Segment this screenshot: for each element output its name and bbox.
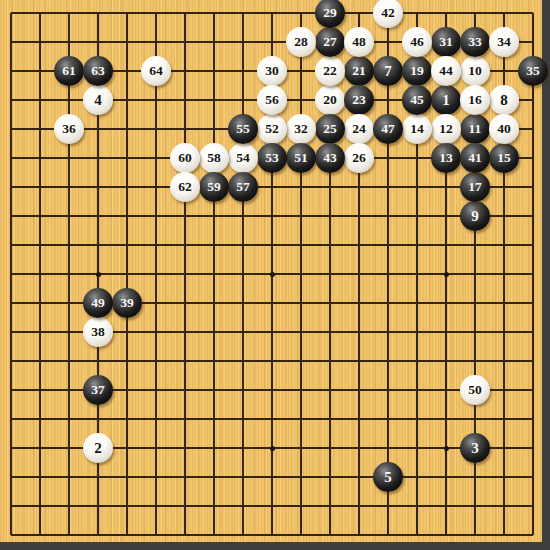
move-number: 36 <box>62 122 76 136</box>
move-number: 16 <box>468 93 482 107</box>
stone-black-move-43: 43 <box>315 143 345 173</box>
grid-line-vertical <box>532 13 534 535</box>
move-number: 23 <box>352 93 366 107</box>
stone-white-move-60: 60 <box>170 143 200 173</box>
move-number: 13 <box>439 151 453 165</box>
stone-black-move-9: 9 <box>460 201 490 231</box>
move-number: 7 <box>384 63 392 78</box>
move-number: 40 <box>497 122 511 136</box>
move-number: 5 <box>384 469 392 484</box>
move-number: 60 <box>178 151 192 165</box>
stone-black-move-53: 53 <box>257 143 287 173</box>
move-number: 38 <box>91 325 105 339</box>
stone-black-move-19: 19 <box>402 56 432 86</box>
stone-white-move-34: 34 <box>489 27 519 57</box>
stone-white-move-40: 40 <box>489 114 519 144</box>
stone-black-move-45: 45 <box>402 85 432 115</box>
hoshi-star-point <box>270 446 275 451</box>
stone-black-move-29: 29 <box>315 0 345 28</box>
move-number: 45 <box>410 93 424 107</box>
grid-line-horizontal <box>11 505 533 507</box>
grid-line-vertical <box>387 13 389 535</box>
hoshi-star-point <box>444 446 449 451</box>
move-number: 51 <box>294 151 308 165</box>
stone-black-move-37: 37 <box>83 375 113 405</box>
move-number: 1 <box>442 92 450 107</box>
stone-white-move-32: 32 <box>286 114 316 144</box>
grid-line-horizontal <box>11 476 533 478</box>
stone-black-move-61: 61 <box>54 56 84 86</box>
move-number: 28 <box>294 35 308 49</box>
move-number: 27 <box>323 35 337 49</box>
stone-white-move-22: 22 <box>315 56 345 86</box>
stone-black-move-63: 63 <box>83 56 113 86</box>
stone-black-move-23: 23 <box>344 85 374 115</box>
move-number: 54 <box>236 151 250 165</box>
move-number: 49 <box>91 296 105 310</box>
move-number: 32 <box>294 122 308 136</box>
stone-white-move-26: 26 <box>344 143 374 173</box>
stone-white-move-54: 54 <box>228 143 258 173</box>
go-board[interactable]: 1234578910111213141516171920212223242526… <box>0 0 550 550</box>
stone-black-move-25: 25 <box>315 114 345 144</box>
stone-black-move-11: 11 <box>460 114 490 144</box>
move-number: 30 <box>265 64 279 78</box>
move-number: 47 <box>381 122 395 136</box>
move-number: 53 <box>265 151 279 165</box>
move-number: 61 <box>62 64 76 78</box>
hoshi-star-point <box>96 272 101 277</box>
grid-line-horizontal <box>11 418 533 420</box>
stone-black-move-31: 31 <box>431 27 461 57</box>
grid-line-vertical <box>300 13 302 535</box>
grid-line-horizontal <box>11 360 533 362</box>
move-number: 57 <box>236 180 250 194</box>
stone-black-move-55: 55 <box>228 114 258 144</box>
stone-black-move-15: 15 <box>489 143 519 173</box>
move-number: 3 <box>471 440 479 455</box>
stone-white-move-20: 20 <box>315 85 345 115</box>
move-number: 10 <box>468 64 482 78</box>
move-number: 55 <box>236 122 250 136</box>
move-number: 15 <box>497 151 511 165</box>
board-shadow-right <box>542 0 550 550</box>
move-number: 52 <box>265 122 279 136</box>
stone-white-move-64: 64 <box>141 56 171 86</box>
stone-white-move-10: 10 <box>460 56 490 86</box>
stone-white-move-38: 38 <box>83 317 113 347</box>
stone-white-move-24: 24 <box>344 114 374 144</box>
hoshi-star-point <box>444 272 449 277</box>
move-number: 9 <box>471 208 479 223</box>
move-number: 46 <box>410 35 424 49</box>
stone-white-move-4: 4 <box>83 85 113 115</box>
move-number: 64 <box>149 64 163 78</box>
move-number: 35 <box>526 64 540 78</box>
stone-black-move-17: 17 <box>460 172 490 202</box>
move-number: 31 <box>439 35 453 49</box>
stone-black-move-57: 57 <box>228 172 258 202</box>
stone-white-move-14: 14 <box>402 114 432 144</box>
hoshi-star-point <box>270 272 275 277</box>
stone-black-move-3: 3 <box>460 433 490 463</box>
stone-black-move-41: 41 <box>460 143 490 173</box>
move-number: 37 <box>91 383 105 397</box>
stone-black-move-51: 51 <box>286 143 316 173</box>
stone-white-move-12: 12 <box>431 114 461 144</box>
stone-white-move-50: 50 <box>460 375 490 405</box>
stone-black-move-21: 21 <box>344 56 374 86</box>
stone-black-move-59: 59 <box>199 172 229 202</box>
move-number: 42 <box>381 6 395 20</box>
move-number: 63 <box>91 64 105 78</box>
stone-black-move-49: 49 <box>83 288 113 318</box>
stone-black-move-39: 39 <box>112 288 142 318</box>
move-number: 20 <box>323 93 337 107</box>
move-number: 14 <box>410 122 424 136</box>
move-number: 41 <box>468 151 482 165</box>
move-number: 12 <box>439 122 453 136</box>
stone-white-move-30: 30 <box>257 56 287 86</box>
move-number: 50 <box>468 383 482 397</box>
move-number: 21 <box>352 64 366 78</box>
move-number: 34 <box>497 35 511 49</box>
move-number: 17 <box>468 180 482 194</box>
move-number: 8 <box>500 92 508 107</box>
move-number: 59 <box>207 180 221 194</box>
board-shadow-bottom <box>0 542 550 550</box>
grid-line-horizontal <box>11 534 533 536</box>
move-number: 22 <box>323 64 337 78</box>
move-number: 19 <box>410 64 424 78</box>
stone-white-move-58: 58 <box>199 143 229 173</box>
stone-black-move-35: 35 <box>518 56 548 86</box>
stone-black-move-33: 33 <box>460 27 490 57</box>
move-number: 39 <box>120 296 134 310</box>
move-number: 29 <box>323 6 337 20</box>
move-number: 24 <box>352 122 366 136</box>
move-number: 33 <box>468 35 482 49</box>
stone-white-move-16: 16 <box>460 85 490 115</box>
move-number: 43 <box>323 151 337 165</box>
move-number: 25 <box>323 122 337 136</box>
stone-white-move-36: 36 <box>54 114 84 144</box>
move-number: 44 <box>439 64 453 78</box>
stone-black-move-7: 7 <box>373 56 403 86</box>
move-number: 2 <box>94 440 102 455</box>
stone-white-move-8: 8 <box>489 85 519 115</box>
move-number: 56 <box>265 93 279 107</box>
stone-white-move-48: 48 <box>344 27 374 57</box>
stone-white-move-28: 28 <box>286 27 316 57</box>
stone-black-move-13: 13 <box>431 143 461 173</box>
move-number: 62 <box>178 180 192 194</box>
stone-white-move-52: 52 <box>257 114 287 144</box>
move-number: 58 <box>207 151 221 165</box>
move-number: 11 <box>469 122 482 136</box>
move-number: 4 <box>94 92 102 107</box>
stone-black-move-1: 1 <box>431 85 461 115</box>
move-number: 48 <box>352 35 366 49</box>
stone-white-move-44: 44 <box>431 56 461 86</box>
stone-black-move-5: 5 <box>373 462 403 492</box>
stone-white-move-62: 62 <box>170 172 200 202</box>
stone-black-move-27: 27 <box>315 27 345 57</box>
stone-black-move-47: 47 <box>373 114 403 144</box>
stone-white-move-2: 2 <box>83 433 113 463</box>
stone-white-move-56: 56 <box>257 85 287 115</box>
stone-white-move-42: 42 <box>373 0 403 28</box>
stone-white-move-46: 46 <box>402 27 432 57</box>
move-number: 26 <box>352 151 366 165</box>
